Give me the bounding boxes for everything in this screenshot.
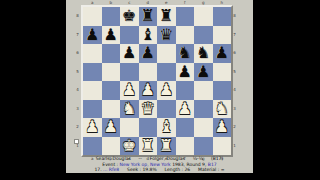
square-a8: [83, 7, 102, 26]
square-e5: [157, 63, 176, 82]
square-e1: ♜: [157, 137, 176, 156]
square-h7: [213, 26, 232, 45]
black-rook: ♜: [159, 7, 173, 26]
white-knight: ♞: [215, 100, 229, 119]
square-b3: [102, 100, 121, 119]
square-h2: ♟: [213, 118, 232, 137]
white-pawn: ♟: [85, 118, 99, 137]
square-d3: ♛: [139, 100, 158, 119]
white-rook: ♜: [141, 137, 155, 156]
square-e3: [157, 100, 176, 119]
square-g1: [194, 137, 213, 156]
event-eco: B17: [208, 162, 217, 167]
square-d1: ♜: [139, 137, 158, 156]
square-d4: ♟: [139, 81, 158, 100]
square-f7: [176, 26, 195, 45]
square-h3: ♞: [213, 100, 232, 119]
square-h5: [213, 63, 232, 82]
square-c4: ♟: [120, 81, 139, 100]
square-f5: ♟: [176, 63, 195, 82]
black-player-name: Folger, Douglas: [150, 156, 185, 161]
square-h1: [213, 137, 232, 156]
square-c6: ♟: [120, 44, 139, 63]
coord-label: 3: [75, 100, 80, 119]
square-f3: ♟: [176, 100, 195, 119]
white-queen: ♛: [141, 100, 155, 119]
square-a2: ♟: [83, 118, 102, 137]
seek-stat: Seek : 19.8%: [127, 167, 157, 172]
event-label: Event :: [102, 162, 118, 167]
chess-app-panel: abcdefgh 87654321 87654321 abcdefgh ♚♜♜♟…: [66, 0, 253, 173]
game-info-caption: Searls, Douglas -- Folger, Douglas ½-½ (…: [66, 156, 253, 173]
square-e8: ♜: [157, 7, 176, 26]
black-pawn: ♟: [122, 44, 136, 63]
square-g2: [194, 118, 213, 137]
square-f2: [176, 118, 195, 137]
square-f6: ♞: [176, 44, 195, 63]
white-king: ♚: [122, 137, 136, 156]
white-rook: ♜: [159, 137, 173, 156]
event-detail: 1983, Round 9,: [172, 162, 206, 167]
status-line: 17. ... Rfe8 Seek : 19.8% Length : 26 Ma…: [66, 167, 253, 173]
black-knight: ♞: [196, 44, 210, 63]
square-c8: ♚: [120, 7, 139, 26]
black-pawn: ♟: [196, 63, 210, 82]
square-g3: [194, 100, 213, 119]
square-c7: [120, 26, 139, 45]
square-b4: [102, 81, 121, 100]
coord-label: 4: [75, 81, 80, 100]
square-f4: [176, 81, 195, 100]
white-pawn: ♟: [141, 81, 155, 100]
letterbox-bottom: [132, 173, 319, 180]
eco-code: (B17): [211, 156, 223, 161]
white-pawn: ♟: [215, 118, 229, 137]
pillarbox-right: [253, 0, 320, 180]
black-bishop: ♝: [141, 26, 155, 45]
square-a1: [83, 137, 102, 156]
white-knight: ♞: [122, 100, 136, 119]
white-pawn: ♟: [104, 118, 118, 137]
black-king: ♚: [122, 7, 136, 26]
square-f8: [176, 7, 195, 26]
square-c1: ♚: [120, 137, 139, 156]
white-pawn: ♟: [178, 100, 192, 119]
coord-label: 8: [75, 7, 80, 26]
pillarbox-left: [0, 0, 66, 180]
white-bishop: ♝: [159, 118, 173, 137]
black-pawn: ♟: [215, 44, 229, 63]
coord-label: 6: [75, 44, 80, 63]
square-a5: [83, 63, 102, 82]
square-b7: ♟: [102, 26, 121, 45]
square-h8: [213, 7, 232, 26]
coord-label: 7: [75, 26, 80, 45]
game-result: ½-½: [193, 156, 203, 161]
rank-labels-left: 87654321: [75, 7, 80, 155]
square-g8: [194, 7, 213, 26]
black-rook: ♜: [141, 7, 155, 26]
video-frame: abcdefgh 87654321 87654321 abcdefgh ♚♜♜♟…: [0, 0, 320, 180]
square-c3: ♞: [120, 100, 139, 119]
square-d7: ♝: [139, 26, 158, 45]
black-pawn: ♟: [141, 44, 155, 63]
white-pawn: ♟: [159, 81, 173, 100]
black-queen: ♛: [159, 26, 173, 45]
black-pawn: ♟: [178, 63, 192, 82]
square-f1: [176, 137, 195, 156]
square-a3: [83, 100, 102, 119]
square-c5: [120, 63, 139, 82]
square-g4: [194, 81, 213, 100]
square-d6: ♟: [139, 44, 158, 63]
coord-label: 5: [75, 63, 80, 82]
square-h6: ♟: [213, 44, 232, 63]
square-e4: ♟: [157, 81, 176, 100]
move-number: 17.: [94, 167, 101, 172]
square-b6: [102, 44, 121, 63]
square-a4: [83, 81, 102, 100]
event-site: New York op, New York: [120, 162, 171, 167]
square-c2: [120, 118, 139, 137]
square-a6: [83, 44, 102, 63]
square-b8: [102, 7, 121, 26]
square-g6: ♞: [194, 44, 213, 63]
square-e6: [157, 44, 176, 63]
coord-label: 2: [75, 118, 80, 137]
square-a7: ♟: [83, 26, 102, 45]
square-d2: [139, 118, 158, 137]
square-b1: [102, 137, 121, 156]
square-h4: [213, 81, 232, 100]
square-b2: ♟: [102, 118, 121, 137]
chess-board-frame: ♚♜♜♟♟♝♛♟♟♞♞♟♟♟♟♟♟♞♛♟♞♟♟♝♟♚♜♜: [81, 5, 233, 157]
square-e7: ♛: [157, 26, 176, 45]
black-knight: ♞: [178, 44, 192, 63]
players-separator: --: [139, 156, 142, 161]
black-pawn: ♟: [85, 26, 99, 45]
side-to-move-indicator: [74, 139, 79, 144]
last-move: ... Rfe8: [103, 167, 119, 172]
square-b5: [102, 63, 121, 82]
chess-board: ♚♜♜♟♟♝♛♟♟♞♞♟♟♟♟♟♟♞♛♟♞♟♟♝♟♚♜♜: [83, 7, 231, 155]
square-e2: ♝: [157, 118, 176, 137]
square-d8: ♜: [139, 7, 158, 26]
white-pawn: ♟: [122, 81, 136, 100]
square-g7: [194, 26, 213, 45]
square-d5: [139, 63, 158, 82]
length-stat: Length : 26: [165, 167, 191, 172]
square-g5: ♟: [194, 63, 213, 82]
black-pawn: ♟: [104, 26, 118, 45]
material-stat: Material : =: [198, 167, 224, 172]
white-player-name: Searls, Douglas: [96, 156, 131, 161]
